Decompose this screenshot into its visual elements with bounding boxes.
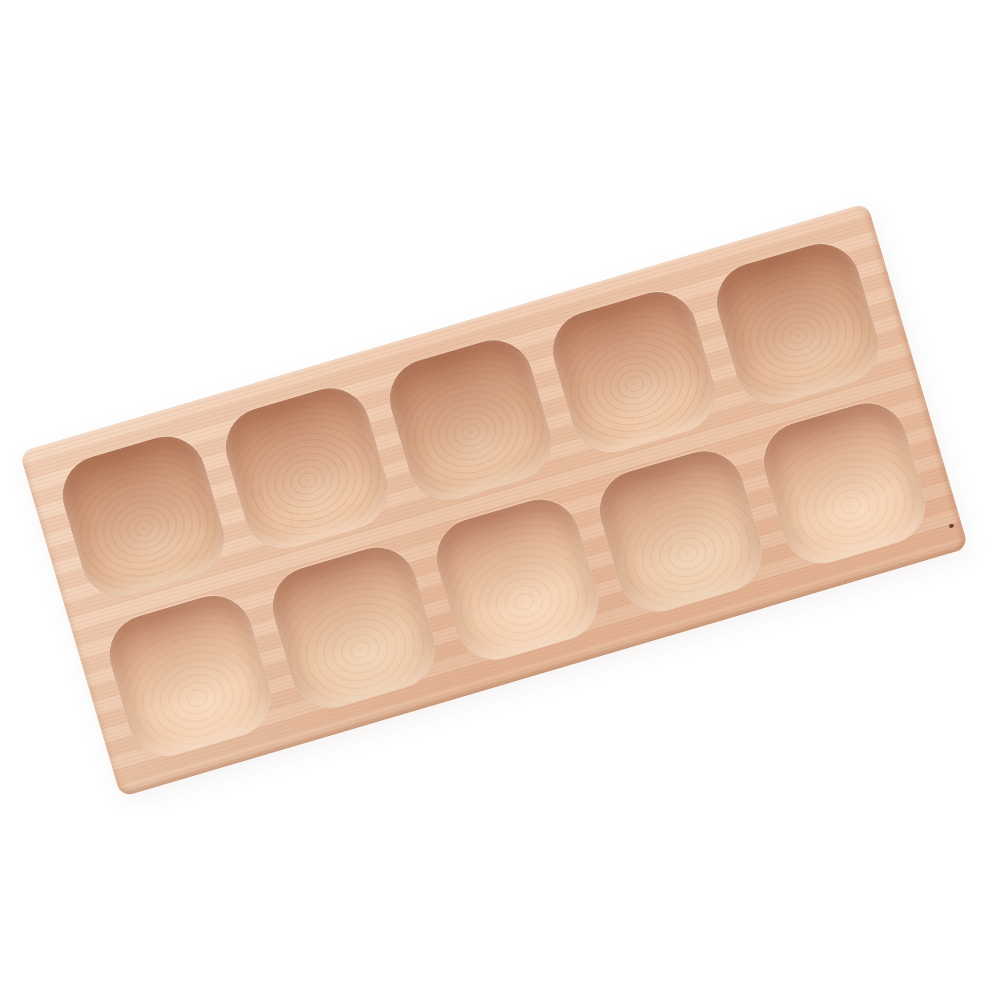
mancala-board	[19, 203, 969, 798]
pit-r2c2[interactable]	[263, 538, 444, 717]
pit-r1c3[interactable]	[380, 331, 561, 510]
pit-r2c5[interactable]	[754, 394, 935, 573]
pit-r2c1[interactable]	[100, 586, 281, 765]
pit-r1c1[interactable]	[53, 427, 234, 606]
pit-grid	[19, 203, 969, 798]
photo-background	[0, 0, 1000, 1000]
pit-r1c5[interactable]	[707, 234, 888, 413]
pit-r1c2[interactable]	[217, 379, 398, 558]
pit-r2c3[interactable]	[427, 490, 608, 669]
pit-r2c4[interactable]	[590, 442, 771, 621]
pit-r1c4[interactable]	[543, 283, 724, 462]
